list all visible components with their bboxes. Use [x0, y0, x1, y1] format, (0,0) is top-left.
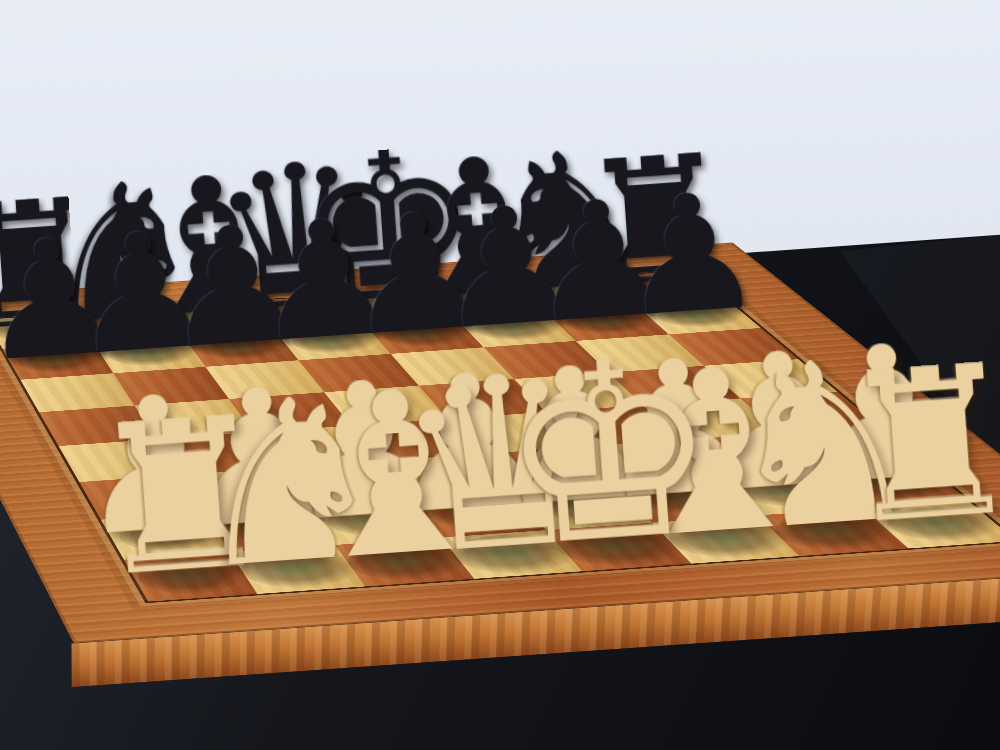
chess-board: ♜♞♝♛♚♝♞♜♟♟♟♟♟♟♟♟♟♟♟♟♟♟♟♟♜♞♝♛♚♝♞♜	[0, 243, 1000, 644]
photo-scene: ♜♞♝♛♚♝♞♜♟♟♟♟♟♟♟♟♟♟♟♟♟♟♟♟♜♞♝♛♚♝♞♜	[0, 0, 1000, 750]
white-king-glyph: ♚	[494, 352, 724, 556]
white-knight-glyph: ♞	[718, 353, 929, 540]
board-scene: ♜♞♝♛♚♝♞♜♟♟♟♟♟♟♟♟♟♟♟♟♟♟♟♟♜♞♝♛♚♝♞♜	[0, 0, 1000, 750]
